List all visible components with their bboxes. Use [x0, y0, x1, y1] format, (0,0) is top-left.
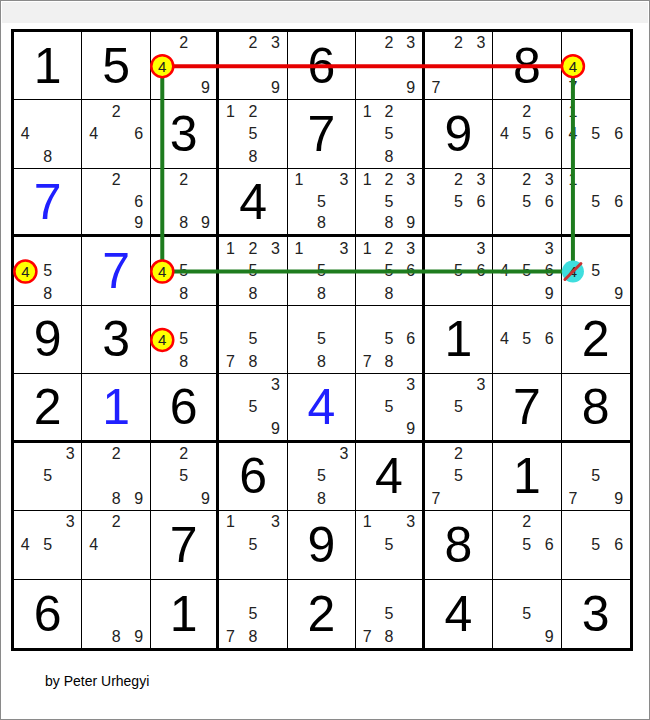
candidate-8 — [584, 282, 607, 304]
candidate-6 — [264, 534, 286, 556]
candidate-9 — [264, 625, 286, 648]
solved-digit: 1 — [102, 382, 130, 432]
cell-r4c4[interactable]: 12358 — [219, 237, 287, 305]
candidate-4 — [288, 191, 310, 213]
candidate-6 — [195, 328, 217, 350]
cell-r4c7[interactable]: 356 — [425, 237, 493, 305]
cell-r1c6[interactable]: 239 — [356, 32, 424, 100]
candidates: 578 — [219, 306, 286, 373]
cell-r3c5[interactable]: 1358 — [288, 169, 356, 237]
cell-r9c5[interactable]: 2 — [288, 580, 356, 648]
cell-r9c7[interactable]: 4 — [425, 580, 493, 648]
candidate-3 — [195, 237, 217, 259]
candidate-6: 6 — [607, 191, 630, 213]
candidate-4 — [288, 465, 310, 487]
candidate-8 — [447, 488, 469, 510]
candidate-9 — [470, 418, 492, 440]
candidate-7 — [562, 556, 585, 578]
candidate-8 — [378, 77, 400, 99]
candidate-1 — [425, 443, 447, 465]
candidate-2 — [516, 580, 538, 603]
candidates: 578 — [356, 580, 421, 648]
candidate-9: 9 — [538, 625, 560, 648]
candidate-5 — [105, 465, 127, 487]
candidates: 345 — [14, 511, 81, 578]
candidate-2: 2 — [105, 511, 127, 533]
cell-r7c2[interactable]: 289 — [82, 443, 150, 511]
candidate-5: 5 — [242, 260, 264, 282]
cell-r5c9[interactable]: 2 — [562, 306, 630, 374]
candidate-7: 7 — [219, 351, 241, 373]
candidates: 239 — [219, 32, 286, 99]
cell-r9c9[interactable]: 3 — [562, 580, 630, 648]
cell-r3c7[interactable]: 2356 — [425, 169, 493, 237]
candidate-5: 5 — [310, 328, 332, 350]
cell-r9c3[interactable]: 1 — [151, 580, 219, 648]
cell-r2c2[interactable]: 246 — [82, 100, 150, 168]
candidate-5 — [447, 54, 469, 76]
candidate-5 — [173, 54, 195, 76]
candidate-3 — [59, 100, 81, 122]
candidate-2 — [242, 511, 264, 533]
cell-r7c8[interactable]: 1 — [493, 443, 561, 511]
cell-r8c1[interactable]: 345 — [14, 511, 82, 579]
cell-r8c5[interactable]: 9 — [288, 511, 356, 579]
candidate-6 — [127, 465, 149, 487]
candidate-1: 1 — [356, 169, 378, 191]
candidate-5: 5 — [173, 465, 195, 487]
candidate-6 — [59, 123, 81, 145]
candidate-7 — [288, 488, 310, 510]
candidate-4 — [356, 328, 378, 350]
cell-r4c5[interactable]: 1358 — [288, 237, 356, 305]
candidate-7 — [219, 77, 241, 99]
candidate-7 — [356, 282, 378, 304]
candidate-7 — [562, 213, 585, 235]
candidate-4 — [219, 260, 241, 282]
candidate-2 — [310, 443, 332, 465]
given-digit: 6 — [34, 589, 62, 639]
candidate-4 — [219, 123, 241, 145]
candidate-1: 1 — [356, 511, 378, 533]
candidates: 5678 — [356, 306, 421, 373]
candidate-9 — [607, 213, 630, 235]
candidate-3 — [400, 580, 422, 603]
candidates: 269 — [82, 169, 149, 234]
candidate-1 — [356, 32, 378, 54]
candidate-4 — [151, 191, 173, 213]
cell-r1c8[interactable]: 8 — [493, 32, 561, 100]
candidate-9 — [127, 556, 149, 578]
given-digit: 1 — [513, 451, 541, 501]
candidate-3 — [538, 306, 560, 328]
candidate-4: 4 — [493, 123, 515, 145]
candidate-9 — [470, 488, 492, 510]
candidate-8: 8 — [378, 282, 400, 304]
candidate-2 — [584, 32, 607, 54]
cell-r4c9[interactable]: 459 — [562, 237, 630, 305]
candidates: 1358 — [288, 169, 355, 234]
candidate-6: 6 — [127, 123, 149, 145]
cell-r7c5[interactable]: 358 — [288, 443, 356, 511]
candidate-9: 9 — [264, 418, 286, 440]
cell-r8c8[interactable]: 256 — [493, 511, 561, 579]
candidate-5: 5 — [378, 328, 400, 350]
cell-r1c2[interactable]: 5 — [82, 32, 150, 100]
candidate-2 — [584, 237, 607, 259]
candidate-5: 5 — [378, 191, 400, 213]
candidate-6 — [538, 602, 560, 625]
cell-r4c6[interactable]: 123568 — [356, 237, 424, 305]
candidate-5: 5 — [516, 328, 538, 350]
candidates: 89 — [82, 580, 149, 648]
candidate-1 — [151, 237, 173, 259]
candidate-8: 8 — [36, 282, 58, 304]
candidate-9 — [195, 282, 217, 304]
candidate-8: 8 — [378, 145, 400, 167]
candidates: 237 — [425, 32, 492, 99]
candidate-2 — [105, 580, 127, 603]
candidate-4: 4 — [493, 328, 515, 350]
cell-r9c4[interactable]: 578 — [219, 580, 287, 648]
candidate-4: 4 — [14, 260, 36, 282]
cell-r6c6[interactable]: 359 — [356, 374, 424, 442]
candidate-1 — [14, 237, 36, 259]
candidate-4 — [219, 602, 241, 625]
candidate-1: 1 — [219, 100, 241, 122]
candidate-5 — [36, 123, 58, 145]
cell-r6c4[interactable]: 359 — [219, 374, 287, 442]
candidate-3 — [470, 443, 492, 465]
candidate-9: 9 — [127, 488, 149, 510]
candidate-1 — [151, 169, 173, 191]
candidate-4 — [219, 54, 241, 76]
candidate-2: 2 — [516, 100, 538, 122]
candidate-5: 5 — [447, 260, 469, 282]
candidate-5: 5 — [310, 260, 332, 282]
candidate-5: 5 — [36, 260, 58, 282]
candidate-2 — [36, 443, 58, 465]
candidates: 458 — [151, 237, 216, 304]
candidate-1 — [219, 32, 241, 54]
cell-r5c4[interactable]: 578 — [219, 306, 287, 374]
candidate-9: 9 — [195, 213, 217, 235]
candidate-6: 6 — [400, 260, 422, 282]
candidate-3 — [607, 169, 630, 191]
cell-r6c7[interactable]: 35 — [425, 374, 493, 442]
candidate-2 — [378, 306, 400, 328]
candidate-4 — [425, 191, 447, 213]
candidate-1 — [493, 237, 515, 259]
cell-r5c7[interactable]: 1 — [425, 306, 493, 374]
cell-r8c4[interactable]: 135 — [219, 511, 287, 579]
candidate-7 — [562, 145, 585, 167]
candidate-6 — [607, 260, 630, 282]
candidate-9 — [264, 145, 286, 167]
candidates: 578 — [219, 580, 286, 648]
candidate-3 — [195, 169, 217, 191]
candidate-4 — [562, 191, 585, 213]
candidate-3 — [333, 306, 355, 328]
cell-r2c1[interactable]: 48 — [14, 100, 82, 168]
candidate-3 — [195, 32, 217, 54]
given-digit: 4 — [444, 589, 472, 639]
candidate-5 — [105, 534, 127, 556]
cell-r4c2[interactable]: 7 — [82, 237, 150, 305]
given-digit: 8 — [444, 520, 472, 570]
cell-r5c2[interactable]: 3 — [82, 306, 150, 374]
cell-r7c7[interactable]: 257 — [425, 443, 493, 511]
candidates: 246 — [82, 100, 149, 167]
cell-r2c6[interactable]: 1258 — [356, 100, 424, 168]
candidate-1 — [425, 237, 447, 259]
cell-r8c3[interactable]: 7 — [151, 511, 219, 579]
given-digit: 9 — [308, 520, 336, 570]
cell-r9c2[interactable]: 89 — [82, 580, 150, 648]
candidate-1 — [562, 511, 585, 533]
candidate-6 — [264, 328, 286, 350]
candidate-4 — [151, 465, 173, 487]
candidate-4 — [219, 328, 241, 350]
candidate-2: 2 — [378, 169, 400, 191]
candidates: 356 — [425, 237, 492, 304]
title-bar — [2, 2, 648, 23]
candidate-6 — [264, 54, 286, 76]
candidate-9 — [333, 282, 355, 304]
cell-r6c5[interactable]: 4 — [288, 374, 356, 442]
cell-r9c6[interactable]: 578 — [356, 580, 424, 648]
candidate-2 — [242, 580, 264, 603]
candidate-1: 1 — [356, 237, 378, 259]
candidate-9: 9 — [127, 625, 149, 648]
candidate-7 — [14, 556, 36, 578]
cell-r6c8[interactable]: 7 — [493, 374, 561, 442]
cell-r5c3[interactable]: 458 — [151, 306, 219, 374]
cell-r4c1[interactable]: 458 — [14, 237, 82, 305]
candidate-5: 5 — [242, 396, 264, 418]
given-digit: 2 — [582, 314, 610, 364]
candidate-6 — [470, 465, 492, 487]
candidate-4: 4 — [82, 123, 104, 145]
cell-r3c1[interactable]: 7 — [14, 169, 82, 237]
candidate-3: 3 — [59, 511, 81, 533]
candidate-3 — [400, 100, 422, 122]
cell-r3c6[interactable]: 123589 — [356, 169, 424, 237]
cell-r6c9[interactable]: 8 — [562, 374, 630, 442]
candidate-4 — [425, 54, 447, 76]
cell-r1c9[interactable]: 47 — [562, 32, 630, 100]
candidate-2: 2 — [242, 100, 264, 122]
candidate-5: 5 — [584, 260, 607, 282]
candidate-8 — [516, 282, 538, 304]
candidate-1 — [562, 32, 585, 54]
cell-r5c1[interactable]: 9 — [14, 306, 82, 374]
cell-r7c6[interactable]: 4 — [356, 443, 424, 511]
candidate-4 — [356, 54, 378, 76]
candidate-1: 1 — [219, 237, 241, 259]
cell-r2c8[interactable]: 2456 — [493, 100, 561, 168]
candidate-7 — [219, 282, 241, 304]
candidate-9 — [470, 77, 492, 99]
candidate-8: 8 — [378, 625, 400, 648]
candidate-7 — [425, 418, 447, 440]
candidate-3: 3 — [538, 169, 560, 191]
candidate-9 — [607, 77, 630, 99]
candidate-5: 5 — [173, 260, 195, 282]
candidate-1 — [14, 443, 36, 465]
candidate-1 — [14, 100, 36, 122]
cell-r9c1[interactable]: 6 — [14, 580, 82, 648]
candidate-1: 1 — [562, 100, 585, 122]
candidate-8 — [36, 488, 58, 510]
candidate-3 — [195, 306, 217, 328]
cell-r3c2[interactable]: 269 — [82, 169, 150, 237]
candidate-5: 5 — [378, 534, 400, 556]
candidate-1 — [493, 169, 515, 191]
candidate-8 — [242, 77, 264, 99]
candidate-3: 3 — [400, 374, 422, 396]
candidate-4 — [356, 396, 378, 418]
candidate-1 — [356, 306, 378, 328]
candidate-2: 2 — [105, 100, 127, 122]
candidate-5: 5 — [584, 123, 607, 145]
candidate-1 — [219, 580, 241, 603]
cell-r2c5[interactable]: 7 — [288, 100, 356, 168]
cell-r8c7[interactable]: 8 — [425, 511, 493, 579]
candidate-7 — [493, 282, 515, 304]
candidate-7 — [493, 351, 515, 373]
candidate-2 — [36, 100, 58, 122]
candidate-2: 2 — [378, 100, 400, 122]
candidate-4: 4 — [14, 123, 36, 145]
cell-r3c3[interactable]: 289 — [151, 169, 219, 237]
candidate-4 — [82, 465, 104, 487]
candidate-7 — [219, 145, 241, 167]
candidate-4 — [288, 260, 310, 282]
cell-r4c8[interactable]: 34569 — [493, 237, 561, 305]
candidates: 239 — [356, 32, 421, 99]
cell-r6c3[interactable]: 6 — [151, 374, 219, 442]
candidate-8 — [36, 556, 58, 578]
candidate-3 — [607, 32, 630, 54]
candidate-8: 8 — [242, 145, 264, 167]
candidate-2: 2 — [242, 237, 264, 259]
cell-r1c1[interactable]: 1 — [14, 32, 82, 100]
candidate-2 — [242, 374, 264, 396]
candidate-7 — [493, 625, 515, 648]
cell-r5c8[interactable]: 456 — [493, 306, 561, 374]
candidate-5: 5 — [310, 465, 332, 487]
cell-r4c3[interactable]: 458 — [151, 237, 219, 305]
cell-r6c2[interactable]: 1 — [82, 374, 150, 442]
cell-r6c1[interactable]: 2 — [14, 374, 82, 442]
solved-digit: 4 — [308, 382, 336, 432]
candidate-2: 2 — [447, 32, 469, 54]
candidate-5: 5 — [516, 602, 538, 625]
cell-r1c3[interactable]: 249 — [151, 32, 219, 100]
candidate-4 — [493, 191, 515, 213]
cell-r7c9[interactable]: 579 — [562, 443, 630, 511]
cell-r2c3[interactable]: 3 — [151, 100, 219, 168]
candidate-9: 9 — [607, 282, 630, 304]
cell-r8c6[interactable]: 135 — [356, 511, 424, 579]
candidate-9: 9 — [400, 77, 422, 99]
candidate-8 — [105, 556, 127, 578]
candidate-3 — [264, 100, 286, 122]
cell-r8c9[interactable]: 56 — [562, 511, 630, 579]
cell-r7c1[interactable]: 35 — [14, 443, 82, 511]
candidates: 48 — [14, 100, 81, 167]
cell-r8c2[interactable]: 24 — [82, 511, 150, 579]
candidate-6 — [195, 54, 217, 76]
candidate-8 — [105, 145, 127, 167]
cell-r2c7[interactable]: 9 — [425, 100, 493, 168]
candidate-1 — [493, 511, 515, 533]
candidate-3 — [127, 511, 149, 533]
candidate-6: 6 — [607, 534, 630, 556]
cell-r7c3[interactable]: 259 — [151, 443, 219, 511]
cell-r9c8[interactable]: 59 — [493, 580, 561, 648]
candidate-1: 1 — [219, 511, 241, 533]
candidates: 459 — [562, 237, 630, 304]
candidate-8 — [173, 77, 195, 99]
cell-r2c9[interactable]: 1456 — [562, 100, 630, 168]
candidate-4: 4 — [562, 260, 585, 282]
candidate-4 — [356, 602, 378, 625]
candidate-3 — [127, 580, 149, 603]
candidate-8 — [584, 77, 607, 99]
candidate-8 — [105, 213, 127, 235]
candidate-1 — [82, 580, 104, 603]
candidate-1 — [356, 374, 378, 396]
cell-r3c9[interactable]: 156 — [562, 169, 630, 237]
candidates: 58 — [288, 306, 355, 373]
cell-r2c4[interactable]: 1258 — [219, 100, 287, 168]
cell-r3c4[interactable]: 4 — [219, 169, 287, 237]
candidates: 2456 — [493, 100, 560, 167]
cell-r1c7[interactable]: 237 — [425, 32, 493, 100]
cell-r3c8[interactable]: 2356 — [493, 169, 561, 237]
candidate-4 — [82, 191, 104, 213]
cell-r5c6[interactable]: 5678 — [356, 306, 424, 374]
candidate-1: 1 — [288, 237, 310, 259]
cell-r5c5[interactable]: 58 — [288, 306, 356, 374]
candidates: 123568 — [356, 237, 421, 304]
cell-r7c4[interactable]: 6 — [219, 443, 287, 511]
candidates: 458 — [14, 237, 81, 304]
candidate-2 — [516, 237, 538, 259]
candidate-6: 6 — [538, 123, 560, 145]
candidate-1 — [562, 443, 585, 465]
candidate-9 — [59, 488, 81, 510]
candidate-2: 2 — [447, 169, 469, 191]
candidate-2 — [378, 511, 400, 533]
candidate-1 — [493, 580, 515, 603]
candidate-8: 8 — [242, 351, 264, 373]
candidate-6 — [333, 328, 355, 350]
candidate-8 — [173, 488, 195, 510]
candidate-3: 3 — [470, 374, 492, 396]
candidate-7: 7 — [562, 77, 585, 99]
candidate-5: 5 — [242, 534, 264, 556]
candidate-5: 5 — [584, 534, 607, 556]
candidate-4 — [356, 534, 378, 556]
candidates: 1358 — [288, 237, 355, 304]
candidate-6 — [264, 123, 286, 145]
candidate-3: 3 — [333, 443, 355, 465]
cell-r1c4[interactable]: 239 — [219, 32, 287, 100]
cell-r1c5[interactable]: 6 — [288, 32, 356, 100]
